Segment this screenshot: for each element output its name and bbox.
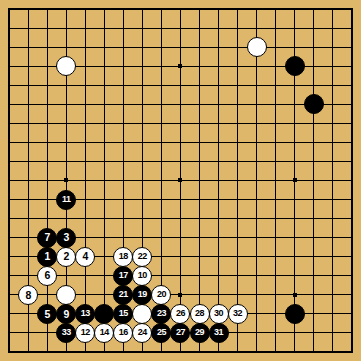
- move-number: 28: [195, 309, 204, 318]
- move-number: 18: [119, 252, 128, 261]
- move-18-stone-white: 18: [113, 247, 133, 267]
- move-number: 7: [44, 232, 49, 243]
- move-27-stone-black: 27: [170, 323, 190, 343]
- move-number: 3: [63, 232, 68, 243]
- setup-stone-white: [56, 56, 76, 76]
- move-23-stone-black: 23: [151, 304, 171, 324]
- move-number: 29: [195, 328, 204, 337]
- setup-stone-black: [285, 56, 305, 76]
- grid-line-horizontal: [8, 275, 353, 276]
- move-number: 13: [81, 309, 90, 318]
- move-number: 16: [119, 328, 128, 337]
- move-number: 25: [157, 328, 166, 337]
- grid-line-vertical: [275, 8, 276, 353]
- move-24-stone-white: 24: [132, 323, 152, 343]
- move-number: 20: [157, 290, 166, 299]
- move-9-stone-black: 9: [56, 304, 76, 324]
- move-8-stone-white: 8: [18, 285, 38, 305]
- move-number: 10: [138, 271, 147, 280]
- move-number: 14: [100, 328, 109, 337]
- move-20-stone-white: 20: [151, 285, 171, 305]
- go-board: 1234567891011121314151617181920212223242…: [0, 0, 361, 361]
- move-number: 2: [63, 251, 68, 262]
- move-number: 26: [176, 309, 185, 318]
- grid-line-vertical: [351, 8, 353, 353]
- move-number: 23: [157, 309, 166, 318]
- star-point: [293, 293, 297, 297]
- move-28-stone-white: 28: [190, 304, 210, 324]
- move-22-stone-white: 22: [132, 247, 152, 267]
- setup-stone-black: [285, 304, 305, 324]
- move-6-stone-white: 6: [37, 266, 57, 286]
- move-number: 11: [62, 195, 71, 204]
- move-25-stone-black: 25: [151, 323, 171, 343]
- move-3-stone-black: 3: [56, 228, 76, 248]
- grid-line-vertical: [332, 8, 333, 353]
- move-10-stone-white: 10: [132, 266, 152, 286]
- move-number: 27: [176, 328, 185, 337]
- move-29-stone-black: 29: [190, 323, 210, 343]
- move-number: 24: [138, 328, 147, 337]
- go-diagram-page: 1234567891011121314151617181920212223242…: [0, 0, 361, 361]
- setup-stone-black: [304, 94, 324, 114]
- move-number: 1: [44, 251, 49, 262]
- move-number: 21: [119, 290, 128, 299]
- move-31-stone-black: 31: [209, 323, 229, 343]
- star-point: [64, 178, 68, 182]
- move-number: 32: [233, 309, 242, 318]
- setup-stone-white: [56, 285, 76, 305]
- move-26-stone-white: 26: [170, 304, 190, 324]
- move-number: 30: [214, 309, 223, 318]
- grid-line-vertical: [256, 8, 257, 353]
- setup-stone-white: [247, 37, 267, 57]
- move-number: 9: [63, 309, 68, 320]
- move-12-stone-white: 12: [75, 323, 95, 343]
- grid-line-vertical: [218, 8, 219, 353]
- grid-line-vertical: [237, 8, 238, 353]
- setup-stone-black: [94, 304, 114, 324]
- move-32-stone-white: 32: [228, 304, 248, 324]
- move-30-stone-white: 30: [209, 304, 229, 324]
- move-16-stone-white: 16: [113, 323, 133, 343]
- star-point: [178, 64, 182, 68]
- move-number: 31: [214, 328, 223, 337]
- grid-line-horizontal: [8, 218, 353, 219]
- grid-line-vertical: [313, 8, 314, 353]
- move-15-stone-black: 15: [113, 304, 133, 324]
- move-11-stone-black: 11: [56, 190, 76, 210]
- move-number: 8: [25, 290, 30, 301]
- move-2-stone-white: 2: [56, 247, 76, 267]
- move-17-stone-black: 17: [113, 266, 133, 286]
- move-number: 33: [62, 328, 71, 337]
- move-14-stone-white: 14: [94, 323, 114, 343]
- move-number: 12: [81, 328, 90, 337]
- move-number: 15: [119, 309, 128, 318]
- star-point: [178, 293, 182, 297]
- grid-line-horizontal: [8, 351, 353, 353]
- star-point: [178, 178, 182, 182]
- setup-stone-white: [132, 304, 152, 324]
- move-21-stone-black: 21: [113, 285, 133, 305]
- move-number: 19: [138, 290, 147, 299]
- move-number: 22: [138, 252, 147, 261]
- move-5-stone-black: 5: [37, 304, 57, 324]
- move-13-stone-black: 13: [75, 304, 95, 324]
- move-number: 5: [44, 309, 49, 320]
- move-number: 6: [44, 270, 49, 281]
- star-point: [293, 178, 297, 182]
- move-7-stone-black: 7: [37, 228, 57, 248]
- move-4-stone-white: 4: [75, 247, 95, 267]
- move-33-stone-black: 33: [56, 323, 76, 343]
- move-number: 17: [119, 271, 128, 280]
- move-1-stone-black: 1: [37, 247, 57, 267]
- move-19-stone-black: 19: [132, 285, 152, 305]
- grid-line-vertical: [199, 8, 200, 353]
- move-number: 4: [83, 251, 88, 262]
